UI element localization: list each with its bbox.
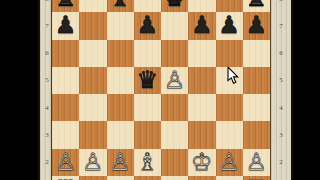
square-c2[interactable]: ♙ xyxy=(107,149,134,176)
square-h2[interactable]: ♙ xyxy=(243,149,270,176)
square-e2[interactable] xyxy=(161,149,188,176)
black-queen-d5[interactable]: ♛ xyxy=(134,67,161,94)
rank-label-8-right: 8 xyxy=(271,0,291,4)
rank-label-6-right: 6 xyxy=(271,48,291,58)
chess-board: ♜♝♚♜♟♟♟♟♟♛♙♙♙♙♗♔♙♙♖♖ xyxy=(52,0,270,180)
square-d7[interactable]: ♟ xyxy=(134,12,161,39)
square-f7[interactable]: ♟ xyxy=(188,12,215,39)
square-h4[interactable] xyxy=(243,94,270,121)
black-pawn-f7[interactable]: ♟ xyxy=(188,12,215,39)
square-h5[interactable] xyxy=(243,67,270,94)
square-a6[interactable] xyxy=(52,40,79,67)
square-g4[interactable] xyxy=(216,94,243,121)
square-a5[interactable] xyxy=(52,67,79,94)
square-d1[interactable] xyxy=(134,176,161,180)
square-b6[interactable] xyxy=(79,40,106,67)
black-bishop-c8[interactable]: ♝ xyxy=(107,0,134,12)
square-h3[interactable] xyxy=(243,121,270,148)
black-king-e8[interactable]: ♚ xyxy=(161,0,188,12)
black-pawn-g7[interactable]: ♟ xyxy=(216,12,243,39)
square-f5[interactable] xyxy=(188,67,215,94)
square-d2[interactable]: ♗ xyxy=(134,149,161,176)
square-h1[interactable]: ♖ xyxy=(243,176,270,180)
square-g2[interactable]: ♙ xyxy=(216,149,243,176)
square-a7[interactable]: ♟ xyxy=(52,12,79,39)
rank-label-3-right: 3 xyxy=(271,130,291,140)
square-e4[interactable] xyxy=(161,94,188,121)
square-d4[interactable] xyxy=(134,94,161,121)
white-pawn-e5[interactable]: ♙ xyxy=(161,67,188,94)
square-b3[interactable] xyxy=(79,121,106,148)
white-rook-a1[interactable]: ♖ xyxy=(52,176,79,180)
video-frame: 87654321 ♜♝♚♜♟♟♟♟♟♛♙♙♙♙♗♔♙♙♖♖ 87654321 xyxy=(0,0,320,180)
square-b7[interactable] xyxy=(79,12,106,39)
square-b8[interactable] xyxy=(79,0,106,12)
square-e8[interactable]: ♚ xyxy=(161,0,188,12)
square-b5[interactable] xyxy=(79,67,106,94)
square-c3[interactable] xyxy=(107,121,134,148)
white-bishop-d2[interactable]: ♗ xyxy=(134,149,161,176)
square-g7[interactable]: ♟ xyxy=(216,12,243,39)
white-pawn-b2[interactable]: ♙ xyxy=(79,149,106,176)
square-e7[interactable] xyxy=(161,12,188,39)
square-g3[interactable] xyxy=(216,121,243,148)
black-pawn-h7[interactable]: ♟ xyxy=(243,12,270,39)
white-rook-h1[interactable]: ♖ xyxy=(243,176,270,180)
square-f6[interactable] xyxy=(188,40,215,67)
square-d5[interactable]: ♛ xyxy=(134,67,161,94)
board-frame-right: 87654321 xyxy=(270,0,293,180)
black-pawn-d7[interactable]: ♟ xyxy=(134,12,161,39)
square-b1[interactable] xyxy=(79,176,106,180)
square-g5[interactable] xyxy=(216,67,243,94)
square-f1[interactable] xyxy=(188,176,215,180)
black-pawn-a7[interactable]: ♟ xyxy=(52,12,79,39)
square-g6[interactable] xyxy=(216,40,243,67)
white-pawn-h2[interactable]: ♙ xyxy=(243,149,270,176)
square-a1[interactable]: ♖ xyxy=(52,176,79,180)
square-e3[interactable] xyxy=(161,121,188,148)
white-pawn-a2[interactable]: ♙ xyxy=(52,149,79,176)
square-d3[interactable] xyxy=(134,121,161,148)
square-f3[interactable] xyxy=(188,121,215,148)
square-d6[interactable] xyxy=(134,40,161,67)
square-f4[interactable] xyxy=(188,94,215,121)
square-c5[interactable] xyxy=(107,67,134,94)
square-e1[interactable] xyxy=(161,176,188,180)
white-pawn-g2[interactable]: ♙ xyxy=(216,149,243,176)
square-g1[interactable] xyxy=(216,176,243,180)
square-b4[interactable] xyxy=(79,94,106,121)
square-a2[interactable]: ♙ xyxy=(52,149,79,176)
white-pawn-c2[interactable]: ♙ xyxy=(107,149,134,176)
rank-label-5-right: 5 xyxy=(271,75,291,85)
square-a4[interactable] xyxy=(52,94,79,121)
rank-label-7-right: 7 xyxy=(271,21,291,31)
square-h6[interactable] xyxy=(243,40,270,67)
square-h7[interactable]: ♟ xyxy=(243,12,270,39)
square-c4[interactable] xyxy=(107,94,134,121)
square-a3[interactable] xyxy=(52,121,79,148)
square-c1[interactable] xyxy=(107,176,134,180)
square-c6[interactable] xyxy=(107,40,134,67)
square-b2[interactable]: ♙ xyxy=(79,149,106,176)
rank-label-2-right: 2 xyxy=(271,157,291,167)
square-e5[interactable]: ♙ xyxy=(161,67,188,94)
square-c7[interactable] xyxy=(107,12,134,39)
white-king-f2[interactable]: ♔ xyxy=(188,149,215,176)
square-f2[interactable]: ♔ xyxy=(188,149,215,176)
square-c8[interactable]: ♝ xyxy=(107,0,134,12)
rank-label-4-right: 4 xyxy=(271,103,291,113)
square-e6[interactable] xyxy=(161,40,188,67)
